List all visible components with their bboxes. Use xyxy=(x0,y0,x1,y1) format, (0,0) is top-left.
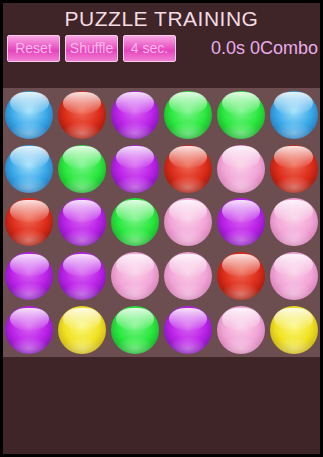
timer-combo-status: 0.0s 0Combo xyxy=(211,38,318,59)
board-cell xyxy=(214,196,267,250)
board-cell xyxy=(161,142,214,196)
board-cell xyxy=(56,249,109,303)
board-cell xyxy=(109,249,162,303)
orb-purple[interactable] xyxy=(111,91,159,139)
orb-pink[interactable] xyxy=(164,252,212,300)
orb-red[interactable] xyxy=(164,145,212,193)
orb-pink[interactable] xyxy=(270,252,318,300)
orb-purple[interactable] xyxy=(5,306,53,354)
orb-yellow[interactable] xyxy=(58,306,106,354)
orb-purple[interactable] xyxy=(5,252,53,300)
board-cell xyxy=(109,196,162,250)
orb-pink[interactable] xyxy=(217,145,265,193)
board-cell xyxy=(109,142,162,196)
orb-blue[interactable] xyxy=(270,91,318,139)
board-cell xyxy=(267,142,320,196)
board-cell xyxy=(161,196,214,250)
board-cell xyxy=(267,88,320,142)
board-cell xyxy=(56,196,109,250)
orb-green[interactable] xyxy=(111,306,159,354)
orb-purple[interactable] xyxy=(58,198,106,246)
orb-red[interactable] xyxy=(5,198,53,246)
move-time-button[interactable]: 4 sec. xyxy=(123,35,176,62)
orb-pink[interactable] xyxy=(270,198,318,246)
page-title: PUZZLE TRAINING xyxy=(3,6,320,32)
app-window: PUZZLE TRAINING Reset Shuffle 4 sec. 0.0… xyxy=(0,0,323,457)
orb-red[interactable] xyxy=(58,91,106,139)
board-cell xyxy=(161,88,214,142)
orb-red[interactable] xyxy=(217,252,265,300)
orb-pink[interactable] xyxy=(217,306,265,354)
board-cell xyxy=(3,142,56,196)
board-cell xyxy=(267,303,320,357)
orb-purple[interactable] xyxy=(217,198,265,246)
orb-red[interactable] xyxy=(270,145,318,193)
orb-purple[interactable] xyxy=(111,145,159,193)
board-cell xyxy=(214,88,267,142)
orb-pink[interactable] xyxy=(111,252,159,300)
board-cell xyxy=(3,88,56,142)
orb-green[interactable] xyxy=(217,91,265,139)
reset-button[interactable]: Reset xyxy=(7,35,60,62)
orb-purple[interactable] xyxy=(164,306,212,354)
orb-green[interactable] xyxy=(58,145,106,193)
board-cell xyxy=(109,88,162,142)
board-cell xyxy=(56,142,109,196)
board-cell xyxy=(161,249,214,303)
shuffle-button[interactable]: Shuffle xyxy=(65,35,118,62)
board-cell xyxy=(267,249,320,303)
board-cell xyxy=(214,142,267,196)
board-cell xyxy=(56,88,109,142)
board-cell xyxy=(161,303,214,357)
board-cell xyxy=(3,249,56,303)
orb-green[interactable] xyxy=(164,91,212,139)
orb-green[interactable] xyxy=(111,198,159,246)
board-cell xyxy=(267,196,320,250)
orb-blue[interactable] xyxy=(5,91,53,139)
orb-board xyxy=(3,88,320,357)
board-cell xyxy=(109,303,162,357)
board-cell xyxy=(3,196,56,250)
board-cell xyxy=(3,303,56,357)
board-cell xyxy=(214,303,267,357)
orb-yellow[interactable] xyxy=(270,306,318,354)
orb-pink[interactable] xyxy=(164,198,212,246)
toolbar: Reset Shuffle 4 sec. 0.0s 0Combo xyxy=(7,34,318,62)
board-cell xyxy=(214,249,267,303)
orb-purple[interactable] xyxy=(58,252,106,300)
board-cell xyxy=(56,303,109,357)
orb-blue[interactable] xyxy=(5,145,53,193)
